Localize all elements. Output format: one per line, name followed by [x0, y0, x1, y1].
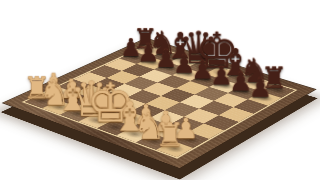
piece-shadow: [177, 134, 205, 146]
square-f4: [165, 102, 199, 117]
piece-shadow: [160, 142, 188, 154]
chess-set-product-photo: ♜♞♝♛♚♝♞♜♟♟♟♟♟♟♟♟♟♟♟♟♟♟♟♟♜♞♝♛♚♝♞♜: [0, 0, 320, 180]
